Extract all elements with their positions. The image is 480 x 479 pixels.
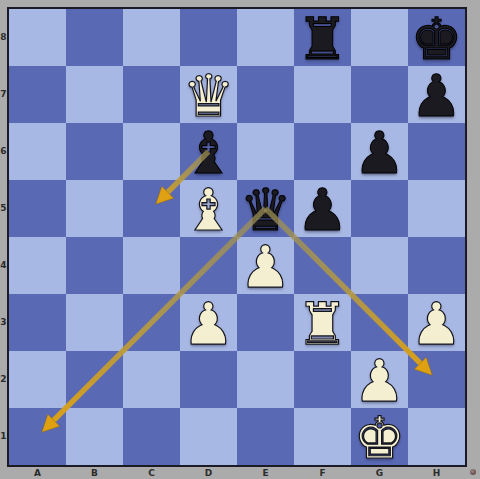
rank-label-5: 5 [0, 203, 7, 214]
square-g4[interactable] [351, 237, 408, 294]
square-d1[interactable] [180, 408, 237, 465]
square-d8[interactable] [180, 9, 237, 66]
rank-label-7: 7 [0, 89, 7, 100]
square-b8[interactable] [66, 9, 123, 66]
piece-white-pawn: ♟ [354, 352, 406, 410]
square-d6[interactable]: ♝ [180, 123, 237, 180]
file-label-b: B [66, 468, 123, 479]
square-g8[interactable] [351, 9, 408, 66]
square-b2[interactable] [66, 351, 123, 408]
square-h8[interactable]: ♚ [408, 9, 465, 66]
square-d4[interactable] [180, 237, 237, 294]
piece-black-pawn: ♟ [411, 67, 463, 125]
rank-label-8: 8 [0, 32, 7, 43]
square-b7[interactable] [66, 66, 123, 123]
piece-black-pawn: ♟ [354, 124, 406, 182]
chessboard: ♜♚♛♟♝♟♝♛♟♟♟♜♟♟♚ [7, 7, 467, 467]
square-f5[interactable]: ♟ [294, 180, 351, 237]
square-c2[interactable] [123, 351, 180, 408]
file-label-a: A [9, 468, 66, 479]
file-label-g: G [351, 468, 408, 479]
square-d3[interactable]: ♟ [180, 294, 237, 351]
square-c6[interactable] [123, 123, 180, 180]
rank-label-1: 1 [0, 431, 7, 442]
square-a5[interactable] [9, 180, 66, 237]
square-a6[interactable] [9, 123, 66, 180]
square-g3[interactable] [351, 294, 408, 351]
square-h5[interactable] [408, 180, 465, 237]
square-f8[interactable]: ♜ [294, 9, 351, 66]
square-h3[interactable]: ♟ [408, 294, 465, 351]
square-f1[interactable] [294, 408, 351, 465]
square-d2[interactable] [180, 351, 237, 408]
square-f4[interactable] [294, 237, 351, 294]
piece-white-pawn: ♟ [411, 295, 463, 353]
square-a2[interactable] [9, 351, 66, 408]
piece-black-bishop: ♝ [183, 124, 235, 182]
chessboard-window: ♜♚♛♟♝♟♝♛♟♟♟♜♟♟♚ 87654321ABCDEFGH [0, 0, 480, 479]
square-c4[interactable] [123, 237, 180, 294]
square-e6[interactable] [237, 123, 294, 180]
piece-white-queen: ♛ [183, 67, 235, 125]
square-e2[interactable] [237, 351, 294, 408]
file-label-c: C [123, 468, 180, 479]
piece-white-bishop: ♝ [183, 181, 235, 239]
square-a8[interactable] [9, 9, 66, 66]
square-a4[interactable] [9, 237, 66, 294]
square-g1[interactable]: ♚ [351, 408, 408, 465]
piece-white-pawn: ♟ [240, 238, 292, 296]
file-label-f: F [294, 468, 351, 479]
piece-black-pawn: ♟ [297, 181, 349, 239]
piece-black-king: ♚ [411, 10, 463, 68]
square-c8[interactable] [123, 9, 180, 66]
square-c5[interactable] [123, 180, 180, 237]
square-f7[interactable] [294, 66, 351, 123]
square-h1[interactable] [408, 408, 465, 465]
square-b6[interactable] [66, 123, 123, 180]
square-h6[interactable] [408, 123, 465, 180]
square-b4[interactable] [66, 237, 123, 294]
rank-label-2: 2 [0, 374, 7, 385]
file-label-e: E [237, 468, 294, 479]
square-c1[interactable] [123, 408, 180, 465]
square-e8[interactable] [237, 9, 294, 66]
square-e5[interactable]: ♛ [237, 180, 294, 237]
piece-black-rook: ♜ [297, 10, 349, 68]
file-label-d: D [180, 468, 237, 479]
square-f3[interactable]: ♜ [294, 294, 351, 351]
rank-label-4: 4 [0, 260, 7, 271]
square-d5[interactable]: ♝ [180, 180, 237, 237]
square-e3[interactable] [237, 294, 294, 351]
watermark-dot-icon [470, 469, 476, 475]
square-c3[interactable] [123, 294, 180, 351]
square-a1[interactable] [9, 408, 66, 465]
piece-white-pawn: ♟ [183, 295, 235, 353]
piece-white-rook: ♜ [297, 295, 349, 353]
square-e4[interactable]: ♟ [237, 237, 294, 294]
square-h7[interactable]: ♟ [408, 66, 465, 123]
file-label-h: H [408, 468, 465, 479]
square-d7[interactable]: ♛ [180, 66, 237, 123]
rank-label-3: 3 [0, 317, 7, 328]
piece-black-queen: ♛ [240, 181, 292, 239]
square-b3[interactable] [66, 294, 123, 351]
square-h2[interactable] [408, 351, 465, 408]
square-b5[interactable] [66, 180, 123, 237]
square-b1[interactable] [66, 408, 123, 465]
square-h4[interactable] [408, 237, 465, 294]
square-g7[interactable] [351, 66, 408, 123]
square-f6[interactable] [294, 123, 351, 180]
square-c7[interactable] [123, 66, 180, 123]
square-e7[interactable] [237, 66, 294, 123]
rank-label-6: 6 [0, 146, 7, 157]
square-g6[interactable]: ♟ [351, 123, 408, 180]
square-g2[interactable]: ♟ [351, 351, 408, 408]
piece-white-king: ♚ [354, 409, 406, 467]
square-a3[interactable] [9, 294, 66, 351]
square-e1[interactable] [237, 408, 294, 465]
square-f2[interactable] [294, 351, 351, 408]
square-a7[interactable] [9, 66, 66, 123]
square-g5[interactable] [351, 180, 408, 237]
